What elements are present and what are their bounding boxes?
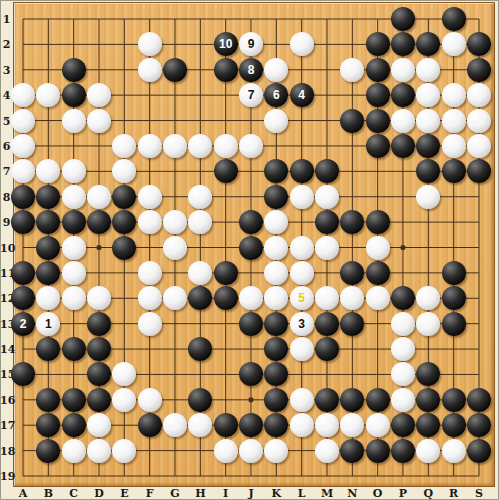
white-stone-B7 <box>36 159 60 183</box>
black-stone-A9 <box>11 210 35 234</box>
black-stone-O3 <box>366 58 390 82</box>
black-stone-J17 <box>239 413 263 437</box>
black-stone-Q17 <box>416 413 440 437</box>
white-stone-N12 <box>340 286 364 310</box>
white-stone-E7 <box>112 159 136 183</box>
white-stone-I6 <box>214 134 238 158</box>
white-stone-F16 <box>138 388 162 412</box>
move-number-6: 6 <box>273 88 280 102</box>
move-number-1: 1 <box>45 317 52 331</box>
black-stone-I12 <box>214 286 238 310</box>
black-stone-A12 <box>11 286 35 310</box>
col-label-M: M <box>318 488 336 499</box>
white-stone-L10 <box>290 236 314 260</box>
black-stone-F17 <box>138 413 162 437</box>
black-stone-N5 <box>340 109 364 133</box>
white-stone-K10 <box>264 236 288 260</box>
white-stone-B4 <box>36 83 60 107</box>
white-stone-M8 <box>315 185 339 209</box>
white-stone-B13: 1 <box>36 312 60 336</box>
black-stone-R16 <box>442 388 466 412</box>
black-stone-R1 <box>442 7 466 31</box>
white-stone-E15 <box>112 362 136 386</box>
black-stone-R7 <box>442 159 466 183</box>
white-stone-C10 <box>62 236 86 260</box>
black-stone-A15 <box>11 362 35 386</box>
white-stone-O17 <box>366 413 390 437</box>
white-stone-R6 <box>442 134 466 158</box>
white-stone-P13 <box>391 312 415 336</box>
white-stone-L12: 5 <box>290 286 314 310</box>
black-stone-C16 <box>62 388 86 412</box>
white-stone-S4 <box>467 83 491 107</box>
black-stone-P18 <box>391 439 415 463</box>
white-stone-L13: 3 <box>290 312 314 336</box>
white-stone-G6 <box>163 134 187 158</box>
white-stone-F8 <box>138 185 162 209</box>
black-stone-A13: 2 <box>11 312 35 336</box>
black-stone-C17 <box>62 413 86 437</box>
black-stone-P17 <box>391 413 415 437</box>
move-number-9: 9 <box>248 37 255 51</box>
move-number-5: 5 <box>298 291 305 305</box>
white-stone-S6 <box>467 134 491 158</box>
white-stone-O12 <box>366 286 390 310</box>
white-stone-P15 <box>391 362 415 386</box>
white-stone-E18 <box>112 439 136 463</box>
col-label-K: K <box>267 488 285 499</box>
black-stone-C3 <box>62 58 86 82</box>
black-stone-K17 <box>264 413 288 437</box>
black-stone-J13 <box>239 312 263 336</box>
black-stone-B10 <box>36 236 60 260</box>
white-stone-P3 <box>391 58 415 82</box>
white-stone-R4 <box>442 83 466 107</box>
white-stone-C8 <box>62 185 86 209</box>
black-stone-O6 <box>366 134 390 158</box>
white-stone-P14 <box>391 337 415 361</box>
black-stone-I17 <box>214 413 238 437</box>
black-stone-J9 <box>239 210 263 234</box>
black-stone-S7 <box>467 159 491 183</box>
black-stone-J15 <box>239 362 263 386</box>
white-stone-L16 <box>290 388 314 412</box>
col-label-G: G <box>166 488 184 499</box>
white-stone-Q5 <box>416 109 440 133</box>
white-stone-I18 <box>214 439 238 463</box>
black-stone-R13 <box>442 312 466 336</box>
black-stone-B11 <box>36 261 60 285</box>
white-stone-J2: 9 <box>239 32 263 56</box>
black-stone-J10 <box>239 236 263 260</box>
black-stone-K7 <box>264 159 288 183</box>
black-stone-N13 <box>340 312 364 336</box>
row-label-10: 10 <box>0 242 13 253</box>
white-stone-R2 <box>442 32 466 56</box>
white-stone-P5 <box>391 109 415 133</box>
black-stone-B18 <box>36 439 60 463</box>
white-stone-N17 <box>340 413 364 437</box>
black-stone-H12 <box>188 286 212 310</box>
black-stone-Q16 <box>416 388 440 412</box>
white-stone-C7 <box>62 159 86 183</box>
white-stone-N3 <box>340 58 364 82</box>
col-label-O: O <box>369 488 387 499</box>
black-stone-C4 <box>62 83 86 107</box>
move-number-3: 3 <box>298 317 305 331</box>
white-stone-M10 <box>315 236 339 260</box>
white-stone-C11 <box>62 261 86 285</box>
black-stone-I2: 10 <box>214 32 238 56</box>
white-stone-Q3 <box>416 58 440 82</box>
col-label-H: H <box>191 488 209 499</box>
black-stone-D15 <box>87 362 111 386</box>
white-stone-R5 <box>442 109 466 133</box>
go-board-screen: 12345678910111213141516171819 ABCDEFGHIJ… <box>0 0 499 500</box>
black-stone-N16 <box>340 388 364 412</box>
white-stone-L2 <box>290 32 314 56</box>
row-label-18: 18 <box>0 445 13 456</box>
white-stone-D8 <box>87 185 111 209</box>
col-label-D: D <box>90 488 108 499</box>
white-stone-L8 <box>290 185 314 209</box>
white-stone-G17 <box>163 413 187 437</box>
white-stone-Q18 <box>416 439 440 463</box>
white-stone-K18 <box>264 439 288 463</box>
black-stone-E8 <box>112 185 136 209</box>
black-stone-O18 <box>366 439 390 463</box>
black-stone-N9 <box>340 210 364 234</box>
black-stone-B8 <box>36 185 60 209</box>
col-label-Q: Q <box>419 488 437 499</box>
col-label-C: C <box>65 488 83 499</box>
black-stone-P2 <box>391 32 415 56</box>
row-label-1: 1 <box>0 14 13 25</box>
black-stone-N11 <box>340 261 364 285</box>
black-stone-A11 <box>11 261 35 285</box>
white-stone-A4 <box>11 83 35 107</box>
black-stone-C9 <box>62 210 86 234</box>
black-stone-M13 <box>315 312 339 336</box>
white-stone-E16 <box>112 388 136 412</box>
white-stone-G12 <box>163 286 187 310</box>
black-stone-S17 <box>467 413 491 437</box>
white-stone-Q12 <box>416 286 440 310</box>
black-stone-B14 <box>36 337 60 361</box>
white-stone-C12 <box>62 286 86 310</box>
white-stone-D17 <box>87 413 111 437</box>
white-stone-K3 <box>264 58 288 82</box>
white-stone-A7 <box>11 159 35 183</box>
white-stone-F13 <box>138 312 162 336</box>
white-stone-B12 <box>36 286 60 310</box>
col-label-B: B <box>39 488 57 499</box>
white-stone-Q8 <box>416 185 440 209</box>
white-stone-D12 <box>87 286 111 310</box>
black-stone-D13 <box>87 312 111 336</box>
black-stone-M7 <box>315 159 339 183</box>
white-stone-H8 <box>188 185 212 209</box>
white-stone-E6 <box>112 134 136 158</box>
white-stone-F11 <box>138 261 162 285</box>
white-stone-K12 <box>264 286 288 310</box>
col-label-P: P <box>394 488 412 499</box>
black-stone-D9 <box>87 210 111 234</box>
black-stone-S2 <box>467 32 491 56</box>
black-stone-K15 <box>264 362 288 386</box>
white-stone-L11 <box>290 261 314 285</box>
col-label-N: N <box>343 488 361 499</box>
black-stone-M9 <box>315 210 339 234</box>
black-stone-D14 <box>87 337 111 361</box>
black-stone-M16 <box>315 388 339 412</box>
black-stone-Q15 <box>416 362 440 386</box>
white-stone-S5 <box>467 109 491 133</box>
black-stone-K8 <box>264 185 288 209</box>
white-stone-K11 <box>264 261 288 285</box>
black-stone-E9 <box>112 210 136 234</box>
black-stone-R12 <box>442 286 466 310</box>
white-stone-A5 <box>11 109 35 133</box>
move-number-2: 2 <box>20 317 27 331</box>
white-stone-F12 <box>138 286 162 310</box>
black-stone-P1 <box>391 7 415 31</box>
col-label-A: A <box>14 488 32 499</box>
black-stone-P4 <box>391 83 415 107</box>
move-number-8: 8 <box>248 63 255 77</box>
col-label-F: F <box>141 488 159 499</box>
white-stone-F9 <box>138 210 162 234</box>
black-stone-H16 <box>188 388 212 412</box>
black-stone-O11 <box>366 261 390 285</box>
black-stone-H14 <box>188 337 212 361</box>
black-stone-D16 <box>87 388 111 412</box>
white-stone-C18 <box>62 439 86 463</box>
white-stone-Q4 <box>416 83 440 107</box>
white-stone-M18 <box>315 439 339 463</box>
col-label-J: J <box>242 488 260 499</box>
col-label-I: I <box>217 488 235 499</box>
col-label-E: E <box>115 488 133 499</box>
white-stone-K9 <box>264 210 288 234</box>
white-stone-D18 <box>87 439 111 463</box>
white-stone-L14 <box>290 337 314 361</box>
white-stone-Q13 <box>416 312 440 336</box>
black-stone-Q2 <box>416 32 440 56</box>
white-stone-C5 <box>62 109 86 133</box>
white-stone-P16 <box>391 388 415 412</box>
black-stone-O9 <box>366 210 390 234</box>
white-stone-H6 <box>188 134 212 158</box>
black-stone-Q6 <box>416 134 440 158</box>
white-stone-H11 <box>188 261 212 285</box>
black-stone-E10 <box>112 236 136 260</box>
row-label-14: 14 <box>0 344 13 355</box>
white-stone-K5 <box>264 109 288 133</box>
white-stone-J18 <box>239 439 263 463</box>
row-label-3: 3 <box>0 64 13 75</box>
black-stone-B17 <box>36 413 60 437</box>
black-stone-I3 <box>214 58 238 82</box>
black-stone-P6 <box>391 134 415 158</box>
black-stone-O2 <box>366 32 390 56</box>
black-stone-O4 <box>366 83 390 107</box>
black-stone-O16 <box>366 388 390 412</box>
col-label-L: L <box>293 488 311 499</box>
row-label-17: 17 <box>0 420 13 431</box>
move-number-7: 7 <box>248 88 255 102</box>
black-stone-G3 <box>163 58 187 82</box>
col-label-S: S <box>470 488 488 499</box>
white-stone-L17 <box>290 413 314 437</box>
black-stone-A8 <box>11 185 35 209</box>
white-stone-F6 <box>138 134 162 158</box>
move-number-10: 10 <box>219 37 232 51</box>
black-stone-L4: 4 <box>290 83 314 107</box>
white-stone-G10 <box>163 236 187 260</box>
black-stone-K16 <box>264 388 288 412</box>
black-stone-R17 <box>442 413 466 437</box>
white-stone-M12 <box>315 286 339 310</box>
white-stone-G9 <box>163 210 187 234</box>
black-stone-S16 <box>467 388 491 412</box>
black-stone-K4: 6 <box>264 83 288 107</box>
black-stone-I7 <box>214 159 238 183</box>
black-stone-M14 <box>315 337 339 361</box>
black-stone-R11 <box>442 261 466 285</box>
white-stone-F2 <box>138 32 162 56</box>
col-label-R: R <box>445 488 463 499</box>
white-stone-H17 <box>188 413 212 437</box>
white-stone-H9 <box>188 210 212 234</box>
black-stone-O5 <box>366 109 390 133</box>
black-stone-B9 <box>36 210 60 234</box>
white-stone-M17 <box>315 413 339 437</box>
white-stone-A6 <box>11 134 35 158</box>
black-stone-P12 <box>391 286 415 310</box>
white-stone-D4 <box>87 83 111 107</box>
move-number-4: 4 <box>298 88 305 102</box>
white-stone-D5 <box>87 109 111 133</box>
black-stone-N18 <box>340 439 364 463</box>
black-stone-K13 <box>264 312 288 336</box>
black-stone-L7 <box>290 159 314 183</box>
white-stone-R18 <box>442 439 466 463</box>
black-stone-K14 <box>264 337 288 361</box>
black-stone-Q7 <box>416 159 440 183</box>
white-stone-J4: 7 <box>239 83 263 107</box>
white-stone-J6 <box>239 134 263 158</box>
row-label-2: 2 <box>0 39 13 50</box>
white-stone-O10 <box>366 236 390 260</box>
white-stone-J12 <box>239 286 263 310</box>
black-stone-I11 <box>214 261 238 285</box>
black-stone-C14 <box>62 337 86 361</box>
black-stone-S3 <box>467 58 491 82</box>
black-stone-J3: 8 <box>239 58 263 82</box>
row-label-16: 16 <box>0 394 13 405</box>
black-stone-B16 <box>36 388 60 412</box>
white-stone-F3 <box>138 58 162 82</box>
black-stone-S18 <box>467 439 491 463</box>
row-label-19: 19 <box>0 471 13 482</box>
